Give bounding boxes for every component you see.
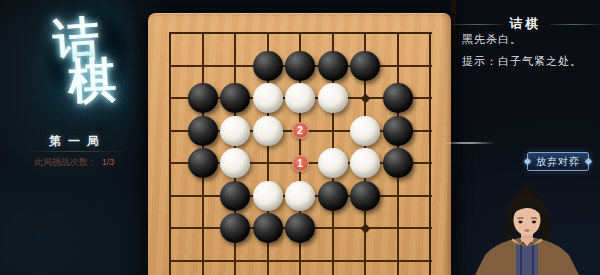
- star-point: [360, 93, 370, 103]
- giveup-button[interactable]: 放弃对弈: [527, 152, 589, 171]
- black-stone[interactable]: [220, 213, 250, 243]
- light-streak-decoration: [443, 142, 495, 144]
- move-marker-2[interactable]: 2: [292, 122, 309, 139]
- attempts-value: 1/3: [102, 157, 115, 167]
- round-label: 第一局: [0, 133, 148, 150]
- round-divider: [20, 151, 130, 152]
- black-stone[interactable]: [383, 116, 413, 146]
- white-stone[interactable]: [220, 148, 250, 178]
- black-stone[interactable]: [220, 83, 250, 113]
- black-stone[interactable]: [350, 181, 380, 211]
- button-ornament-right-icon: [585, 158, 592, 165]
- black-stone[interactable]: [188, 116, 218, 146]
- black-stone[interactable]: [285, 213, 315, 243]
- game-scene: 诘 棋 第一局 此局挑战次数：1/3 12 诘棋 黑先杀白。 提示：白子气紧之处…: [0, 0, 600, 275]
- black-stone[interactable]: [318, 51, 348, 81]
- puzzle-hint: 提示：白子气紧之处。: [462, 54, 582, 69]
- go-board[interactable]: 12: [148, 13, 451, 275]
- black-stone[interactable]: [285, 51, 315, 81]
- panel-header: 诘棋: [451, 15, 600, 33]
- white-stone[interactable]: [220, 116, 250, 146]
- black-stone[interactable]: [188, 148, 218, 178]
- white-stone[interactable]: [318, 83, 348, 113]
- white-stone[interactable]: [253, 116, 283, 146]
- black-stone[interactable]: [253, 51, 283, 81]
- white-stone[interactable]: [318, 148, 348, 178]
- companion-portrait: [455, 182, 600, 275]
- black-stone[interactable]: [318, 181, 348, 211]
- header-divider-right: [549, 24, 600, 25]
- attempts-counter: 此局挑战次数：1/3: [0, 156, 148, 169]
- black-stone[interactable]: [350, 51, 380, 81]
- black-stone[interactable]: [188, 83, 218, 113]
- board-grid[interactable]: 12: [170, 33, 430, 275]
- white-stone[interactable]: [285, 83, 315, 113]
- white-stone[interactable]: [350, 148, 380, 178]
- move-marker-1[interactable]: 1: [292, 155, 309, 172]
- white-stone[interactable]: [253, 83, 283, 113]
- puzzle-calligraphy-char-2: 棋: [67, 55, 117, 105]
- giveup-button-label: 放弃对弈: [536, 155, 580, 169]
- black-stone[interactable]: [253, 213, 283, 243]
- attempts-label: 此局挑战次数：: [34, 157, 97, 167]
- white-stone[interactable]: [253, 181, 283, 211]
- puzzle-objective: 黑先杀白。: [462, 32, 522, 47]
- white-stone[interactable]: [350, 116, 380, 146]
- black-stone[interactable]: [383, 83, 413, 113]
- black-stone[interactable]: [220, 181, 250, 211]
- grid-line: [429, 32, 431, 275]
- white-stone[interactable]: [285, 181, 315, 211]
- star-point: [360, 223, 370, 233]
- panel-title: 诘棋: [503, 15, 549, 33]
- grid-line: [169, 32, 171, 275]
- right-panel: 诘棋 黑先杀白。 提示：白子气紧之处。 放弃对弈: [451, 0, 600, 275]
- header-divider-left: [451, 24, 503, 25]
- grid-line: [169, 260, 432, 262]
- button-ornament-left-icon: [524, 158, 531, 165]
- black-stone[interactable]: [383, 148, 413, 178]
